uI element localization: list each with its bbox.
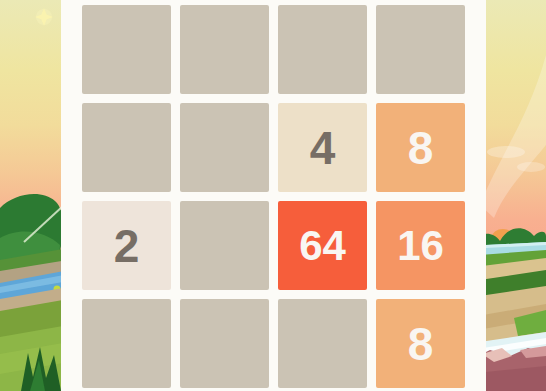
cell-r4c4-tile-8: 8 [376,299,465,388]
cell-r3c3-tile-64: 64 [278,201,367,290]
cell-r4c1 [82,299,171,388]
cell-r1c4 [376,5,465,94]
tile-grid[interactable]: 4 8 2 64 16 8 [82,5,465,388]
cell-r4c2 [180,299,269,388]
cell-r2c2 [180,103,269,192]
cell-r1c3 [278,5,367,94]
cell-r3c4-tile-16: 16 [376,201,465,290]
game-board: 4 8 2 64 16 8 [61,0,486,391]
cell-r1c1 [82,5,171,94]
cell-r2c3-tile-4: 4 [278,103,367,192]
cell-r2c4-tile-8: 8 [376,103,465,192]
cell-r3c2 [180,201,269,290]
game-screen: 4 8 2 64 16 8 [0,0,546,391]
cell-r4c3 [278,299,367,388]
cell-r2c1 [82,103,171,192]
cell-r3c1-tile-2: 2 [82,201,171,290]
cell-r1c2 [180,5,269,94]
